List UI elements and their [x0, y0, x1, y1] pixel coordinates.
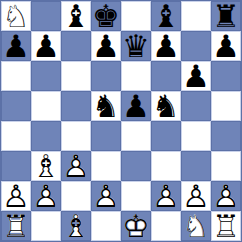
square-f8[interactable]: ♝ [151, 1, 181, 31]
square-f4[interactable] [151, 121, 181, 151]
piece-white-knight[interactable]: ♞♘ [2, 2, 30, 30]
square-h2[interactable]: ♟♙ [211, 181, 241, 211]
piece-black-pawn[interactable]: ♟ [92, 32, 120, 60]
piece-black-knight[interactable]: ♞ [152, 92, 180, 120]
square-d5[interactable]: ♞ [91, 91, 121, 121]
square-c5[interactable] [61, 91, 91, 121]
white-piece-outline-layer: ♗ [62, 212, 90, 240]
square-c6[interactable] [61, 61, 91, 91]
square-b6[interactable] [31, 61, 61, 91]
square-d3[interactable] [91, 151, 121, 181]
black-piece-glyph: ♝ [62, 2, 90, 30]
square-e1[interactable]: ♚♔ [121, 211, 151, 241]
white-piece-outline-layer: ♖ [212, 212, 240, 240]
piece-black-pawn[interactable]: ♟ [2, 32, 30, 60]
square-h3[interactable] [211, 151, 241, 181]
piece-white-pawn[interactable]: ♟♙ [92, 182, 120, 210]
square-f1[interactable] [151, 211, 181, 241]
square-a6[interactable] [1, 61, 31, 91]
piece-black-pawn[interactable]: ♟ [182, 62, 210, 90]
black-piece-glyph: ♚ [92, 2, 120, 30]
piece-white-bishop[interactable]: ♝♗ [32, 152, 60, 180]
square-c4[interactable] [61, 121, 91, 151]
square-g5[interactable] [181, 91, 211, 121]
chess-board: ♞♘♝♚♝♜♟♟♟♛♟♟♟♞♟♞♝♗♟♙♟♙♟♙♟♙♟♙♟♙♟♙♜♖♝♗♚♔♞♘… [0, 0, 242, 242]
piece-black-pawn[interactable]: ♟ [212, 32, 240, 60]
square-b8[interactable] [31, 1, 61, 31]
piece-white-rook[interactable]: ♜♖ [212, 212, 240, 240]
square-g7[interactable] [181, 31, 211, 61]
black-piece-glyph: ♝ [152, 2, 180, 30]
square-e8[interactable] [121, 1, 151, 31]
white-piece-outline-layer: ♗ [32, 152, 60, 180]
square-f2[interactable]: ♟♙ [151, 181, 181, 211]
square-h8[interactable]: ♜ [211, 1, 241, 31]
square-a3[interactable] [1, 151, 31, 181]
square-d6[interactable] [91, 61, 121, 91]
black-piece-glyph: ♟ [152, 32, 180, 60]
square-g1[interactable]: ♞♘ [181, 211, 211, 241]
white-piece-outline-layer: ♘ [2, 2, 30, 30]
piece-white-king[interactable]: ♚♔ [122, 212, 150, 240]
piece-black-pawn[interactable]: ♟ [122, 92, 150, 120]
square-a5[interactable] [1, 91, 31, 121]
square-a2[interactable]: ♟♙ [1, 181, 31, 211]
square-e3[interactable] [121, 151, 151, 181]
square-a8[interactable]: ♞♘ [1, 1, 31, 31]
piece-black-pawn[interactable]: ♟ [32, 32, 60, 60]
piece-black-pawn[interactable]: ♟ [152, 32, 180, 60]
square-a7[interactable]: ♟ [1, 31, 31, 61]
square-f3[interactable] [151, 151, 181, 181]
black-piece-glyph: ♛ [122, 32, 150, 60]
square-e7[interactable]: ♛ [121, 31, 151, 61]
square-c3[interactable]: ♟♙ [61, 151, 91, 181]
square-b4[interactable] [31, 121, 61, 151]
square-h1[interactable]: ♜♖ [211, 211, 241, 241]
square-f5[interactable]: ♞ [151, 91, 181, 121]
white-piece-outline-layer: ♙ [92, 182, 120, 210]
black-piece-glyph: ♟ [32, 32, 60, 60]
white-piece-outline-layer: ♙ [62, 152, 90, 180]
square-g6[interactable]: ♟ [181, 61, 211, 91]
piece-white-rook[interactable]: ♜♖ [2, 212, 30, 240]
square-h4[interactable] [211, 121, 241, 151]
square-e4[interactable] [121, 121, 151, 151]
square-c2[interactable] [61, 181, 91, 211]
white-piece-outline-layer: ♙ [152, 182, 180, 210]
white-piece-outline-layer: ♘ [182, 212, 210, 240]
square-g3[interactable] [181, 151, 211, 181]
black-piece-glyph: ♟ [182, 62, 210, 90]
square-b5[interactable] [31, 91, 61, 121]
square-h5[interactable] [211, 91, 241, 121]
square-a1[interactable]: ♜♖ [1, 211, 31, 241]
square-h6[interactable] [211, 61, 241, 91]
square-h7[interactable]: ♟ [211, 31, 241, 61]
piece-white-bishop[interactable]: ♝♗ [62, 212, 90, 240]
piece-white-pawn[interactable]: ♟♙ [212, 182, 240, 210]
piece-black-bishop[interactable]: ♝ [62, 2, 90, 30]
square-d8[interactable]: ♚ [91, 1, 121, 31]
white-piece-outline-layer: ♙ [182, 182, 210, 210]
piece-white-pawn[interactable]: ♟♙ [2, 182, 30, 210]
square-a4[interactable] [1, 121, 31, 151]
black-piece-glyph: ♟ [122, 92, 150, 120]
black-piece-glyph: ♞ [92, 92, 120, 120]
piece-white-pawn[interactable]: ♟♙ [32, 182, 60, 210]
black-piece-glyph: ♟ [92, 32, 120, 60]
square-c7[interactable] [61, 31, 91, 61]
piece-black-bishop[interactable]: ♝ [152, 2, 180, 30]
square-e2[interactable] [121, 181, 151, 211]
black-piece-glyph: ♟ [212, 32, 240, 60]
square-e5[interactable]: ♟ [121, 91, 151, 121]
square-f7[interactable]: ♟ [151, 31, 181, 61]
piece-white-pawn[interactable]: ♟♙ [62, 152, 90, 180]
square-d4[interactable] [91, 121, 121, 151]
square-g4[interactable] [181, 121, 211, 151]
square-g8[interactable] [181, 1, 211, 31]
square-b3[interactable]: ♝♗ [31, 151, 61, 181]
square-d7[interactable]: ♟ [91, 31, 121, 61]
square-d2[interactable]: ♟♙ [91, 181, 121, 211]
square-f6[interactable] [151, 61, 181, 91]
black-piece-glyph: ♟ [2, 32, 30, 60]
black-piece-glyph: ♞ [152, 92, 180, 120]
piece-black-queen[interactable]: ♛ [122, 32, 150, 60]
square-c1[interactable]: ♝♗ [61, 211, 91, 241]
white-piece-outline-layer: ♙ [2, 182, 30, 210]
square-b1[interactable] [31, 211, 61, 241]
square-c8[interactable]: ♝ [61, 1, 91, 31]
square-d1[interactable] [91, 211, 121, 241]
piece-white-pawn[interactable]: ♟♙ [182, 182, 210, 210]
piece-white-pawn[interactable]: ♟♙ [152, 182, 180, 210]
piece-black-knight[interactable]: ♞ [92, 92, 120, 120]
square-b2[interactable]: ♟♙ [31, 181, 61, 211]
piece-black-king[interactable]: ♚ [92, 2, 120, 30]
white-piece-outline-layer: ♙ [32, 182, 60, 210]
square-b7[interactable]: ♟ [31, 31, 61, 61]
piece-white-knight[interactable]: ♞♘ [182, 212, 210, 240]
white-piece-outline-layer: ♙ [212, 182, 240, 210]
black-piece-glyph: ♜ [212, 2, 240, 30]
square-e6[interactable] [121, 61, 151, 91]
piece-black-rook[interactable]: ♜ [212, 2, 240, 30]
white-piece-outline-layer: ♖ [2, 212, 30, 240]
square-g2[interactable]: ♟♙ [181, 181, 211, 211]
white-piece-outline-layer: ♔ [122, 212, 150, 240]
